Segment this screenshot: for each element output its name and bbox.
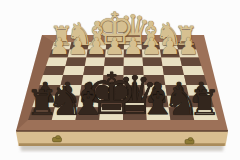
square-g1 — [70, 42, 89, 49]
square-e2 — [105, 49, 124, 57]
square-e1 — [106, 42, 124, 49]
square-a5 — [184, 75, 207, 85]
square-a8 — [191, 107, 218, 120]
square-d3 — [124, 57, 143, 66]
square-b6 — [165, 85, 188, 96]
square-b3 — [161, 57, 182, 66]
square-f1 — [88, 42, 107, 49]
square-f8 — [76, 107, 101, 120]
square-d5 — [123, 75, 144, 85]
square-c2 — [142, 49, 161, 57]
square-f7 — [78, 96, 102, 108]
square-a1 — [177, 42, 197, 49]
square-f6 — [80, 85, 103, 96]
square-e6 — [102, 85, 124, 96]
square-h1 — [52, 42, 72, 49]
square-d1 — [124, 42, 142, 49]
square-b1 — [159, 42, 178, 49]
square-c1 — [142, 42, 161, 49]
square-a7 — [189, 96, 214, 108]
square-h7 — [32, 96, 58, 108]
square-a6 — [186, 85, 210, 96]
square-e3 — [104, 57, 124, 66]
square-g4 — [63, 66, 85, 75]
square-g2 — [68, 49, 88, 57]
square-c7 — [145, 96, 169, 108]
square-d2 — [124, 49, 143, 57]
square-c5 — [144, 75, 166, 85]
square-c3 — [143, 57, 163, 66]
square-g5 — [61, 75, 84, 85]
chess-set-photo: ♜♞♝♛♚♝♞♜♟♟♟♟♟♟♟♟♟♟♟♟♟♟♟♟♜♞♝♛♚♝♞♜ — [0, 0, 240, 160]
board-playing-area — [28, 42, 218, 120]
square-c4 — [143, 66, 164, 75]
square-g6 — [58, 85, 82, 96]
square-a4 — [182, 66, 204, 75]
square-e7 — [100, 96, 123, 108]
square-d4 — [124, 66, 144, 75]
square-b5 — [164, 75, 186, 85]
square-e5 — [103, 75, 124, 85]
chess-board — [0, 0, 240, 160]
square-e4 — [103, 66, 123, 75]
square-g3 — [65, 57, 86, 66]
square-h4 — [43, 66, 65, 75]
square-h5 — [40, 75, 63, 85]
square-f3 — [85, 57, 105, 66]
square-b2 — [160, 49, 180, 57]
square-c6 — [144, 85, 167, 96]
square-d6 — [123, 85, 145, 96]
square-b8 — [169, 107, 195, 120]
square-h8 — [28, 107, 55, 120]
box-front-edge — [16, 132, 228, 146]
square-a2 — [178, 49, 199, 57]
square-g7 — [55, 96, 80, 108]
square-b4 — [163, 66, 185, 75]
square-h6 — [36, 85, 61, 96]
square-f2 — [86, 49, 105, 57]
square-d7 — [123, 96, 146, 108]
square-a3 — [180, 57, 201, 66]
square-h2 — [49, 49, 70, 57]
square-b7 — [167, 96, 191, 108]
square-g8 — [52, 107, 78, 120]
square-f4 — [83, 66, 104, 75]
square-c8 — [146, 107, 171, 120]
square-h3 — [46, 57, 68, 66]
square-e8 — [99, 107, 123, 120]
square-f5 — [82, 75, 104, 85]
square-d8 — [123, 107, 147, 120]
